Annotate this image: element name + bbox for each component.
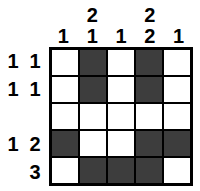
row-clue: 3 <box>24 158 46 186</box>
board-cell[interactable] <box>108 104 134 129</box>
row-clue <box>2 103 24 131</box>
row-clue: 1 <box>2 75 24 103</box>
board-cell[interactable] <box>52 158 78 183</box>
column-clue: 1 <box>49 26 78 48</box>
board-cell[interactable] <box>164 104 190 129</box>
column-clue <box>49 4 78 26</box>
column-clue: 1 <box>107 26 136 48</box>
column-clue <box>164 4 193 26</box>
column-clue: 1 <box>78 26 107 48</box>
board-cell[interactable] <box>164 50 190 75</box>
board-cell[interactable] <box>108 131 134 156</box>
row-clue <box>2 158 24 186</box>
board-cell[interactable] <box>52 77 78 102</box>
board-cell[interactable] <box>164 131 190 156</box>
board-cell[interactable] <box>136 50 162 75</box>
board-cell[interactable] <box>108 50 134 75</box>
board-cell[interactable] <box>80 50 106 75</box>
row-clue: 1 <box>2 130 24 158</box>
column-clue: 1 <box>164 26 193 48</box>
board-cell[interactable] <box>52 104 78 129</box>
board-grid <box>49 47 193 186</box>
column-clue: 2 <box>135 4 164 26</box>
column-clue <box>107 4 136 26</box>
column-clue: 2 <box>78 4 107 26</box>
board-cell[interactable] <box>80 158 106 183</box>
row-clue: 2 <box>24 130 46 158</box>
board-cell[interactable] <box>80 104 106 129</box>
board-cell[interactable] <box>80 77 106 102</box>
board-cell[interactable] <box>164 77 190 102</box>
board-cell[interactable] <box>136 77 162 102</box>
board-cell[interactable] <box>108 77 134 102</box>
row-clue: 1 <box>24 47 46 75</box>
nonogram-puzzle: 2 2 1 1 1 2 1 1 1 1 1 1 2 3 <box>0 0 200 191</box>
column-clues-panel: 2 2 1 1 1 2 1 <box>49 0 193 47</box>
column-clue: 2 <box>135 26 164 48</box>
row-clue: 1 <box>2 47 24 75</box>
board-cell[interactable] <box>80 131 106 156</box>
board-cell[interactable] <box>136 131 162 156</box>
board-cell[interactable] <box>164 158 190 183</box>
row-clues-panel: 1 1 1 1 1 2 3 <box>0 47 49 186</box>
board-cell[interactable] <box>52 131 78 156</box>
row-clue <box>24 103 46 131</box>
board-cell[interactable] <box>136 158 162 183</box>
row-clue: 1 <box>24 75 46 103</box>
board-cell[interactable] <box>136 104 162 129</box>
board-cell[interactable] <box>108 158 134 183</box>
board-cell[interactable] <box>52 50 78 75</box>
